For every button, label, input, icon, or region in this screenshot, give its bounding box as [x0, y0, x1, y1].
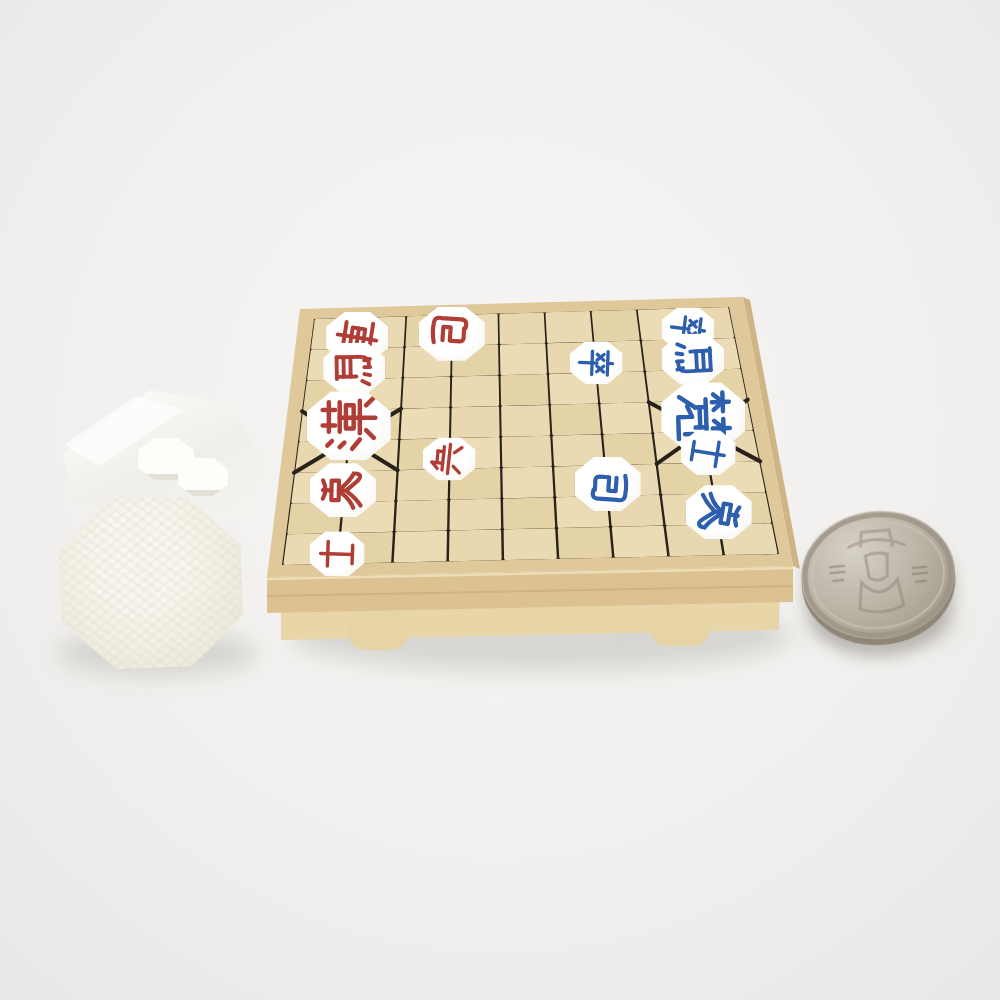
- photo-scene: 車包卒馬卒馬漢楚兵士象包象士: [0, 0, 1000, 1000]
- coin-portrait: [796, 505, 961, 646]
- janggi-board: [0, 0, 1000, 1000]
- board-foot-left: [348, 610, 408, 650]
- coin-100-won: [796, 505, 961, 646]
- board-foot-right: [650, 606, 710, 646]
